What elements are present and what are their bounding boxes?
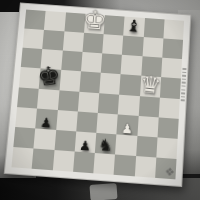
square-d5 bbox=[79, 72, 101, 93]
square-a2 bbox=[13, 127, 35, 149]
black-bishop: ♝ bbox=[126, 18, 143, 36]
square-g8 bbox=[143, 18, 164, 39]
square-a1 bbox=[11, 147, 33, 169]
square-d3 bbox=[76, 111, 98, 133]
white-pawn: ♟ bbox=[121, 121, 134, 135]
background-bottom-object bbox=[89, 183, 117, 200]
square-g5: ♛ bbox=[140, 76, 161, 97]
square-f4 bbox=[118, 94, 140, 115]
square-a3 bbox=[15, 107, 37, 128]
square-h4 bbox=[158, 97, 179, 118]
square-c3 bbox=[56, 110, 78, 131]
black-pawn: ♟ bbox=[79, 139, 92, 153]
square-c2 bbox=[54, 130, 76, 152]
square-e4 bbox=[98, 93, 120, 114]
square-h2 bbox=[156, 137, 178, 159]
square-b8 bbox=[44, 11, 65, 32]
square-d6 bbox=[81, 52, 102, 73]
square-c5 bbox=[59, 70, 81, 91]
square-a5 bbox=[19, 67, 41, 88]
square-d4 bbox=[78, 91, 100, 112]
square-b6 bbox=[41, 49, 63, 70]
square-h6 bbox=[161, 58, 182, 79]
square-b4 bbox=[37, 88, 59, 109]
black-pawn: ♟ bbox=[40, 116, 53, 130]
square-b5: ♚ bbox=[39, 69, 61, 90]
square-f5 bbox=[119, 75, 140, 96]
square-g1 bbox=[134, 156, 156, 178]
square-g4 bbox=[138, 96, 159, 117]
square-e8 bbox=[104, 15, 125, 36]
square-h7 bbox=[162, 39, 183, 60]
square-d2: ♟ bbox=[74, 131, 96, 153]
square-f3: ♟ bbox=[117, 114, 139, 136]
square-h3 bbox=[157, 117, 178, 139]
black-knight: ♞ bbox=[98, 137, 113, 154]
chessboard-photo: ♚♝♚♛♟♟♟♞ ❖ bbox=[0, 0, 200, 200]
square-f8: ♝ bbox=[123, 17, 144, 38]
square-d7 bbox=[82, 33, 103, 54]
square-h5 bbox=[160, 77, 181, 98]
chess-board: ♚♝♚♛♟♟♟♞ ❖ bbox=[4, 2, 192, 187]
square-c8 bbox=[64, 12, 85, 33]
square-a6 bbox=[21, 48, 43, 69]
square-a8 bbox=[24, 10, 45, 30]
square-e1 bbox=[93, 153, 115, 175]
square-g2 bbox=[136, 136, 158, 158]
square-c4 bbox=[57, 90, 79, 111]
square-b7 bbox=[42, 30, 64, 51]
square-f1 bbox=[114, 154, 136, 176]
square-b1 bbox=[32, 148, 54, 170]
square-e7 bbox=[102, 34, 123, 55]
square-e5 bbox=[99, 73, 120, 94]
square-e3 bbox=[96, 113, 118, 135]
chess-board-grid: ♚♝♚♛♟♟♟♞ bbox=[11, 10, 184, 180]
square-h8 bbox=[163, 19, 184, 40]
square-d1 bbox=[73, 151, 95, 173]
square-g7 bbox=[142, 37, 163, 58]
square-d8: ♚ bbox=[84, 14, 105, 35]
square-c1 bbox=[52, 150, 74, 172]
square-f2 bbox=[115, 134, 137, 156]
square-b2 bbox=[34, 128, 56, 150]
square-g6 bbox=[141, 56, 162, 77]
square-c6 bbox=[61, 51, 83, 72]
square-f7 bbox=[122, 36, 143, 57]
board-edge-print bbox=[181, 68, 187, 102]
square-b3: ♟ bbox=[35, 108, 57, 129]
square-a7 bbox=[23, 29, 45, 50]
square-c7 bbox=[62, 31, 83, 52]
square-g3 bbox=[137, 116, 159, 138]
board-corner-emblem: ❖ bbox=[164, 166, 175, 178]
square-f6 bbox=[121, 55, 142, 76]
square-e6 bbox=[101, 54, 122, 75]
square-e2: ♞ bbox=[95, 133, 117, 155]
square-a4 bbox=[17, 87, 39, 108]
